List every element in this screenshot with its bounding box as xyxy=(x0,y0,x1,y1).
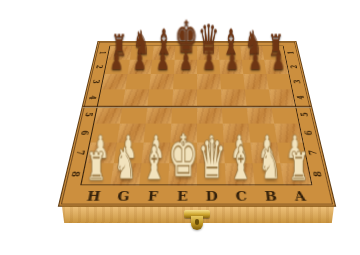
square-h3 xyxy=(101,74,127,89)
square-b2: ♟ xyxy=(242,60,267,74)
box-front-side xyxy=(62,206,334,223)
rank-label-text: 2 xyxy=(290,65,299,69)
rank-label-text: 4 xyxy=(297,95,307,99)
square-c8: ♝ xyxy=(225,163,255,185)
square-f4 xyxy=(147,89,173,105)
square-h1: ♜ xyxy=(107,46,131,59)
rank-label-text: 8 xyxy=(69,171,80,177)
rank-label-left-5: 5 xyxy=(79,106,98,124)
piece-light-pawn-g7: ♟ xyxy=(120,132,136,163)
piece-light-pawn-c7: ♟ xyxy=(231,132,247,163)
square-e3 xyxy=(173,74,197,89)
square-e4 xyxy=(172,89,197,105)
square-c3 xyxy=(220,74,245,89)
square-g3 xyxy=(125,74,151,89)
square-e2: ♟ xyxy=(174,60,197,74)
square-f5 xyxy=(146,106,173,124)
square-a7: ♟ xyxy=(277,143,308,164)
file-label-text: C xyxy=(235,191,247,203)
square-f7: ♟ xyxy=(141,143,170,164)
rank-label-text: 6 xyxy=(304,131,314,136)
square-e6 xyxy=(170,124,197,143)
file-label-text: A xyxy=(294,191,307,203)
file-label-f: F xyxy=(137,185,168,205)
square-g8: ♞ xyxy=(110,163,141,185)
square-f2: ♟ xyxy=(151,60,175,74)
square-a5 xyxy=(271,106,299,124)
rank-label-text: 5 xyxy=(83,112,93,116)
board-frame: 1♜♞♝♚♛♝♞♜12♟♟♟♟♟♟♟♟2334455667♟♟♟♟♟♟♟♟78♜… xyxy=(59,42,335,206)
file-label-c: C xyxy=(226,185,257,205)
rank-label-text: 3 xyxy=(294,80,303,84)
rank-label-text: 2 xyxy=(95,65,104,69)
square-b8: ♞ xyxy=(253,163,284,185)
rank-label-right-6: 6 xyxy=(300,124,320,143)
rank-label-right-8: 8 xyxy=(308,163,330,185)
square-h7: ♟ xyxy=(86,143,117,164)
square-f8: ♝ xyxy=(139,163,169,185)
file-label-e: E xyxy=(167,185,197,205)
square-c2: ♟ xyxy=(219,60,243,74)
rank-label-right-7: 7 xyxy=(304,143,325,164)
rank-label-text: 1 xyxy=(98,51,107,54)
square-g6 xyxy=(117,124,146,143)
file-label-text: E xyxy=(177,191,188,203)
square-f6 xyxy=(144,124,172,143)
rank-label-right-1: 1 xyxy=(284,46,300,59)
rank-label-text: 6 xyxy=(79,131,89,136)
square-c5 xyxy=(222,106,249,124)
piece-light-pawn-e7: ♟ xyxy=(175,132,191,163)
rank-label-text: 7 xyxy=(309,150,320,155)
square-g5 xyxy=(120,106,148,124)
square-h8: ♜ xyxy=(81,163,113,185)
square-b1: ♞ xyxy=(240,46,264,59)
piece-light-pawn-h7: ♟ xyxy=(92,132,108,163)
square-d2: ♟ xyxy=(197,60,220,74)
rank-label-text: 3 xyxy=(91,80,100,84)
rank-label-right-5: 5 xyxy=(296,106,315,124)
rank-label-text: 5 xyxy=(300,112,310,116)
square-a3 xyxy=(266,74,292,89)
square-e7: ♟ xyxy=(169,143,197,164)
border-corner-right xyxy=(313,185,335,205)
square-h2: ♟ xyxy=(104,60,129,74)
square-e1: ♚ xyxy=(175,46,197,59)
square-b3 xyxy=(243,74,269,89)
square-d6 xyxy=(197,124,224,143)
rank-label-text: 1 xyxy=(287,51,296,54)
file-label-b: B xyxy=(255,185,287,205)
file-label-d: D xyxy=(197,185,227,205)
file-label-text: G xyxy=(116,191,130,203)
square-g1: ♞ xyxy=(130,46,154,59)
piece-brown-queen-d1: ♛ xyxy=(197,18,218,59)
square-a4 xyxy=(269,89,296,105)
rank-label-right-4: 4 xyxy=(293,89,311,105)
piece-light-pawn-d7: ♟ xyxy=(203,132,219,163)
chess-board: 1♜♞♝♚♛♝♞♜12♟♟♟♟♟♟♟♟2334455667♟♟♟♟♟♟♟♟78♜… xyxy=(58,41,336,207)
square-a1: ♜ xyxy=(262,46,286,59)
chess-set-photo: 1♜♞♝♚♛♝♞♜12♟♟♟♟♟♟♟♟2334455667♟♟♟♟♟♟♟♟78♜… xyxy=(0,0,360,255)
square-d3 xyxy=(197,74,221,89)
square-d8: ♛ xyxy=(197,163,226,185)
square-c6 xyxy=(223,124,251,143)
file-label-g: G xyxy=(107,185,139,205)
square-b5 xyxy=(247,106,275,124)
file-label-text: F xyxy=(147,191,158,203)
file-label-h: H xyxy=(77,185,110,205)
rank-label-right-2: 2 xyxy=(287,60,304,74)
square-a6 xyxy=(274,124,304,143)
square-g4 xyxy=(123,89,149,105)
piece-light-pawn-f7: ♟ xyxy=(147,132,163,163)
rank-label-left-6: 6 xyxy=(74,124,94,143)
square-d1: ♛ xyxy=(197,46,219,59)
square-b7: ♟ xyxy=(250,143,280,164)
square-c4 xyxy=(221,89,247,105)
square-e5 xyxy=(171,106,197,124)
square-e8: ♚ xyxy=(168,163,197,185)
square-d5 xyxy=(197,106,223,124)
piece-brown-king-e1: ♚ xyxy=(174,15,197,60)
square-d4 xyxy=(197,89,222,105)
file-label-text: D xyxy=(206,191,219,203)
square-f3 xyxy=(149,74,174,89)
square-b6 xyxy=(248,124,277,143)
file-label-text: B xyxy=(264,191,277,203)
square-a2: ♟ xyxy=(264,60,289,74)
square-g7: ♟ xyxy=(114,143,144,164)
rank-label-text: 4 xyxy=(87,95,97,99)
square-g2: ♟ xyxy=(128,60,153,74)
rank-label-right-3: 3 xyxy=(290,74,308,89)
piece-light-pawn-b7: ♟ xyxy=(258,132,274,163)
square-c7: ♟ xyxy=(224,143,253,164)
square-f1: ♝ xyxy=(152,46,175,59)
file-label-text: H xyxy=(86,191,101,203)
square-d7: ♟ xyxy=(197,143,225,164)
square-h4 xyxy=(98,89,125,105)
rank-label-text: 8 xyxy=(313,171,324,177)
rank-label-text: 7 xyxy=(74,150,85,155)
file-label-a: A xyxy=(284,185,317,205)
square-b4 xyxy=(245,89,271,105)
square-h5 xyxy=(94,106,122,124)
piece-light-pawn-a7: ♟ xyxy=(286,132,302,163)
square-h6 xyxy=(90,124,120,143)
square-c1: ♝ xyxy=(219,46,242,59)
